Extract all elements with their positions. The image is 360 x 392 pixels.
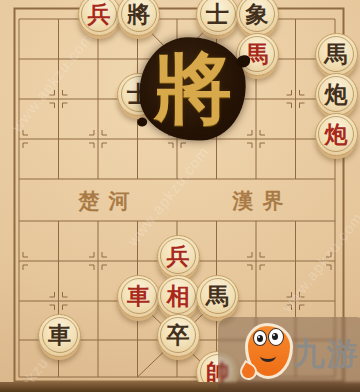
9game-logo-text: 九游	[294, 333, 360, 375]
mascot-smile-icon	[260, 350, 276, 362]
piece-black-象[interactable]: 象	[236, 0, 279, 36]
piece-black-卒[interactable]: 卒	[157, 314, 200, 357]
piece-black-車[interactable]: 車	[38, 314, 81, 357]
piece-glyph: 象	[237, 0, 278, 35]
piece-glyph: 兵	[79, 0, 120, 35]
piece-red-相[interactable]: 相	[157, 275, 200, 318]
xiangqi-game-screenshot: 楚河 漢界 www.apkzu.comwww.apkzu.comwww.apkz…	[0, 0, 360, 392]
piece-black-將[interactable]: 將	[117, 0, 160, 36]
piece-glyph: 炮	[316, 114, 357, 155]
9game-mascot-icon	[245, 323, 293, 379]
piece-glyph: 士	[197, 0, 238, 35]
piece-red-車[interactable]: 車	[117, 275, 160, 318]
piece-glyph: 卒	[158, 315, 199, 356]
piece-glyph: 兵	[158, 236, 199, 277]
piece-glyph: 相	[158, 276, 199, 317]
mascot-left-eye-icon	[253, 330, 267, 346]
piece-black-馬[interactable]: 馬	[315, 33, 358, 76]
piece-black-炮[interactable]: 炮	[315, 73, 358, 116]
9game-watermark-overlay: 九游	[218, 317, 360, 392]
piece-black-馬[interactable]: 馬	[196, 275, 239, 318]
piece-glyph: 車	[39, 315, 80, 356]
piece-glyph: 將	[118, 0, 159, 35]
piece-glyph: 車	[118, 276, 159, 317]
mascot-right-eye-icon	[268, 328, 284, 346]
piece-glyph: 馬	[316, 34, 357, 75]
piece-black-士[interactable]: 士	[196, 0, 239, 36]
piece-glyph: 炮	[316, 74, 357, 115]
piece-red-炮[interactable]: 炮	[315, 113, 358, 156]
piece-red-兵[interactable]: 兵	[78, 0, 121, 36]
piece-red-兵[interactable]: 兵	[157, 235, 200, 278]
piece-glyph: 馬	[197, 276, 238, 317]
check-stamp-text: 將	[154, 37, 232, 142]
